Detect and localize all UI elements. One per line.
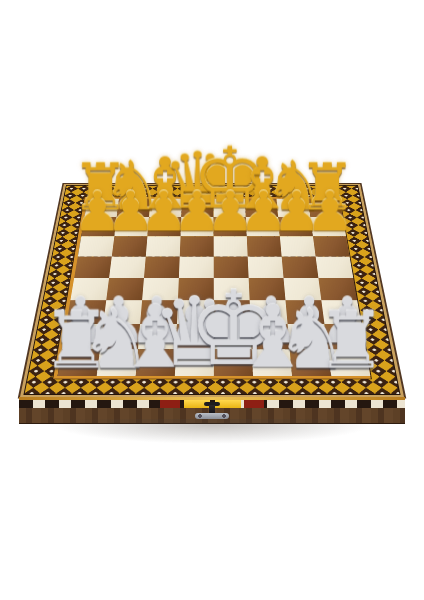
- square-a7: ♟: [81, 217, 117, 236]
- square-a4: [70, 278, 109, 300]
- square-e7: ♟: [214, 217, 247, 236]
- square-d4: [178, 278, 214, 300]
- square-e2: ♟: [214, 324, 252, 349]
- square-f4: [249, 278, 286, 300]
- square-g3: [285, 300, 324, 324]
- board-shadow: [0, 419, 424, 467]
- clasp-icon: [195, 402, 229, 420]
- square-e1: ♚: [214, 349, 253, 376]
- square-b1: ♞: [97, 349, 138, 376]
- square-g8: ♞: [277, 199, 311, 217]
- square-b8: ♞: [117, 199, 151, 217]
- square-a2: ♟: [62, 324, 103, 349]
- square-a3: [66, 300, 106, 324]
- square-h4: [318, 278, 357, 300]
- square-g2: ♟: [288, 324, 328, 349]
- front-red-inlay: [160, 400, 180, 408]
- square-d5: [179, 256, 214, 277]
- square-a6: [78, 236, 115, 256]
- square-h2: ♟: [324, 324, 365, 349]
- square-f6: [247, 236, 282, 256]
- square-h6: [313, 236, 350, 256]
- square-c5: [144, 256, 180, 277]
- square-h8: ♜: [308, 199, 343, 217]
- square-g7: ♟: [278, 217, 313, 236]
- square-a5: [74, 256, 112, 277]
- square-b5: [109, 256, 146, 277]
- square-f3: [250, 300, 288, 324]
- square-c7: ♟: [147, 217, 181, 236]
- square-d3: [177, 300, 214, 324]
- square-e3: [214, 300, 251, 324]
- square-g4: [284, 278, 322, 300]
- square-b3: [103, 300, 142, 324]
- square-b7: ♟: [114, 217, 149, 236]
- square-h5: [316, 256, 354, 277]
- square-h7: ♟: [310, 217, 346, 236]
- square-h1: ♜: [328, 349, 371, 376]
- square-d1: ♛: [175, 349, 214, 376]
- square-c4: [142, 278, 179, 300]
- square-f7: ♟: [246, 217, 280, 236]
- mosaic-border: ♜♞♝♛♚♝♞♜♟♟♟♟♟♟♟♟♟♟♟♟♟♟♟♟♜♞♝♛♚♝♞♜: [20, 184, 404, 397]
- square-d2: ♟: [176, 324, 214, 349]
- square-g1: ♞: [290, 349, 331, 376]
- square-a8: ♜: [85, 199, 120, 217]
- square-d6: [180, 236, 214, 256]
- square-b6: [112, 236, 148, 256]
- square-d8: ♛: [181, 199, 213, 217]
- square-d7: ♟: [181, 217, 214, 236]
- square-c3: [140, 300, 178, 324]
- square-e8: ♚: [214, 199, 246, 217]
- square-e5: [214, 256, 249, 277]
- square-f1: ♝: [252, 349, 292, 376]
- square-g6: [280, 236, 316, 256]
- square-b2: ♟: [100, 324, 140, 349]
- square-c2: ♟: [138, 324, 177, 349]
- square-e6: [214, 236, 248, 256]
- product-photo: ♜♞♝♛♚♝♞♜♟♟♟♟♟♟♟♟♟♟♟♟♟♟♟♟♜♞♝♛♚♝♞♜: [0, 0, 424, 600]
- square-e4: [214, 278, 250, 300]
- chess-board: ♜♞♝♛♚♝♞♜♟♟♟♟♟♟♟♟♟♟♟♟♟♟♟♟♜♞♝♛♚♝♞♜: [20, 184, 404, 397]
- square-b4: [106, 278, 144, 300]
- square-g5: [282, 256, 319, 277]
- square-f2: ♟: [251, 324, 290, 349]
- square-f8: ♝: [245, 199, 278, 217]
- square-c8: ♝: [149, 199, 182, 217]
- front-red-inlay: [244, 400, 264, 408]
- square-c6: [146, 236, 181, 256]
- square-a1: ♜: [58, 349, 100, 376]
- board-grid: ♜♞♝♛♚♝♞♜♟♟♟♟♟♟♟♟♟♟♟♟♟♟♟♟♜♞♝♛♚♝♞♜: [53, 197, 371, 379]
- square-f5: [248, 256, 284, 277]
- square-c1: ♝: [136, 349, 176, 376]
- square-h3: [321, 300, 361, 324]
